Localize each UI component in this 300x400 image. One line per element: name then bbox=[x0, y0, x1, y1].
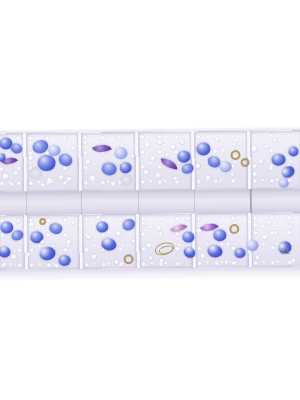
compartment-cell bbox=[0, 215, 25, 269]
compartment-cell bbox=[195, 213, 249, 268]
compartment-cell bbox=[139, 214, 193, 269]
compartment-cell bbox=[0, 133, 24, 191]
compartment-cell bbox=[81, 132, 136, 191]
compartment-cell bbox=[251, 212, 300, 267]
compartment-cell bbox=[26, 133, 79, 192]
hinge-divider-line bbox=[138, 190, 139, 214]
photo-canvas: △ bbox=[0, 0, 300, 400]
case-hinge-band bbox=[0, 188, 300, 215]
storage-case: △ bbox=[0, 126, 300, 280]
hinge-divider-line bbox=[194, 190, 195, 214]
compartment-cell bbox=[138, 132, 192, 191]
compartment-row-bottom bbox=[0, 212, 300, 269]
hinge-seam-line bbox=[250, 189, 252, 213]
compartment-row-top bbox=[0, 130, 300, 191]
compartment-cell bbox=[194, 131, 248, 190]
hinge-divider-line bbox=[26, 191, 27, 215]
compartment-cell bbox=[250, 130, 300, 189]
compartment-cell bbox=[27, 215, 80, 270]
compartment-cell bbox=[82, 214, 137, 269]
hinge-divider-line bbox=[81, 191, 82, 215]
